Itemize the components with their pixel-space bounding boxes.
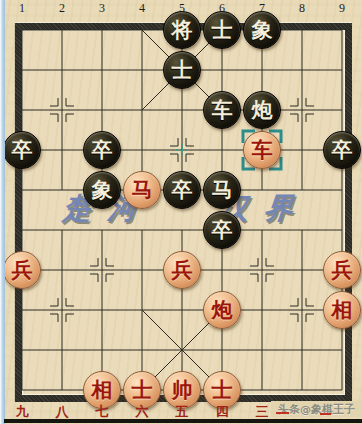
piece-glyph: 车 [212,100,233,121]
piece-glyph: 相 [92,380,113,401]
piece-black-general[interactable]: 将 [163,11,201,49]
xiangqi-app-window: 楚河 汉界 将士象士车炮卒卒车卒象马卒马卒兵兵兵炮相相士帅士 123456789… [0,0,362,424]
piece-black-soldier[interactable]: 卒 [203,211,241,249]
piece-black-elephant[interactable]: 象 [243,11,281,49]
board-cell: 炮 [202,290,242,330]
piece-black-cannon[interactable]: 炮 [243,91,281,129]
file-label-top-4: 4 [122,1,162,16]
piece-glyph: 炮 [252,100,273,121]
board-cell: 卒 [2,130,42,170]
piece-glyph: 卒 [92,140,113,161]
piece-glyph: 兵 [172,260,193,281]
board-cell: 兵 [162,250,202,290]
watermark: 头条@象棋王子 [271,401,362,417]
file-label-top-8: 8 [282,1,322,16]
file-label-top-6: 6 [202,1,242,16]
piece-glyph: 士 [212,20,233,41]
piece-glyph: 象 [92,180,113,201]
piece-glyph: 象 [252,20,273,41]
window-left-edge [0,0,5,424]
file-label-top-2: 2 [42,1,82,16]
board-cell: 卒 [322,130,362,170]
board-cell: 兵 [322,250,362,290]
piece-glyph: 兵 [332,260,353,281]
piece-glyph: 士 [172,60,193,81]
board-cell: 马 [122,170,162,210]
watermark-red-mark [320,413,331,415]
board-cell: 士 [162,50,202,90]
piece-glyph: 车 [252,140,273,161]
board-cell: 士 [202,10,242,50]
piece-glyph: 卒 [172,180,193,201]
piece-black-soldier[interactable]: 卒 [163,171,201,209]
piece-red-soldier[interactable]: 兵 [163,251,201,289]
file-label-top-9: 9 [322,1,362,16]
piece-black-soldier[interactable]: 卒 [83,131,121,169]
piece-glyph: 将 [172,20,193,41]
piece-glyph: 兵 [12,260,33,281]
piece-glyph: 炮 [212,300,233,321]
piece-glyph: 马 [212,180,233,201]
window-bottom-bar [4,419,362,423]
board-cell: 卒 [82,130,122,170]
file-label-top-7: 7 [242,1,282,16]
piece-glyph: 相 [332,300,353,321]
piece-glyph: 士 [212,380,233,401]
piece-glyph: 帅 [172,380,193,401]
piece-red-elephant[interactable]: 相 [323,291,361,329]
piece-red-soldier[interactable]: 兵 [323,251,361,289]
watermark-red-mark [276,412,289,414]
piece-black-horse[interactable]: 马 [203,171,241,209]
piece-red-horse[interactable]: 马 [123,171,161,209]
file-label-top-1: 1 [2,1,42,16]
board-cell: 象 [242,10,282,50]
piece-red-chariot[interactable]: 车 [243,131,281,169]
board-cell: 将 [162,10,202,50]
piece-black-advisor[interactable]: 士 [163,51,201,89]
piece-glyph: 士 [132,380,153,401]
board-cell: 相 [322,290,362,330]
board-cell: 炮 [242,90,282,130]
piece-red-soldier[interactable]: 兵 [3,251,41,289]
piece-red-cannon[interactable]: 炮 [203,291,241,329]
board-cell: 车 [242,130,282,170]
file-label-top-3: 3 [82,1,122,16]
piece-glyph: 卒 [332,140,353,161]
piece-black-elephant[interactable]: 象 [83,171,121,209]
board-cell: 车 [202,90,242,130]
board-cell: 马 [202,170,242,210]
piece-black-soldier[interactable]: 卒 [323,131,361,169]
board-cell: 卒 [202,210,242,250]
board-cell: 卒 [162,170,202,210]
board-cell: 兵 [2,250,42,290]
piece-glyph: 卒 [212,220,233,241]
file-label-top-5: 5 [162,1,202,16]
piece-glyph: 马 [132,180,153,201]
board-cell: 象 [82,170,122,210]
piece-glyph: 卒 [12,140,33,161]
piece-black-soldier[interactable]: 卒 [3,131,41,169]
piece-black-chariot[interactable]: 车 [203,91,241,129]
watermark-text: 头条@象棋王子 [278,402,355,417]
piece-black-advisor[interactable]: 士 [203,11,241,49]
board-grid[interactable]: 将士象士车炮卒卒车卒象马卒马卒兵兵兵炮相相士帅士 [2,10,362,410]
